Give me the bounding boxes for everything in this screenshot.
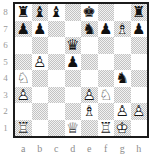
square-h6[interactable] <box>131 37 148 54</box>
square-g1[interactable]: ♚♔ <box>114 120 131 137</box>
piece-glyph: ♚ <box>83 4 96 21</box>
rank-labels: 87654321 <box>0 4 11 136</box>
square-e8[interactable]: ♚ <box>81 4 98 21</box>
square-f6[interactable] <box>98 37 115 54</box>
piece-glyph: ♛ <box>66 37 79 54</box>
white-knight: ♞♘ <box>98 87 115 104</box>
black-knight: ♞ <box>81 21 98 38</box>
piece-glyph: ♟ <box>132 21 145 38</box>
square-d1[interactable]: ♛♕ <box>65 120 82 137</box>
white-bishop: ♝♗ <box>114 21 131 38</box>
rank-label-5: 5 <box>0 54 11 71</box>
piece-glyph: ♟ <box>99 21 112 38</box>
black-rook: ♜ <box>15 4 32 21</box>
square-a1[interactable]: ♜♖ <box>15 120 32 137</box>
square-f8[interactable] <box>98 4 115 21</box>
square-b5[interactable]: ♟♙ <box>32 54 49 71</box>
black-bishop: ♝ <box>48 4 65 21</box>
square-e7[interactable]: ♞ <box>81 21 98 38</box>
square-d6[interactable]: ♛ <box>65 37 82 54</box>
square-b1[interactable] <box>32 120 49 137</box>
square-g2[interactable]: ♟♙ <box>114 103 131 120</box>
square-d5[interactable]: ♟ <box>65 54 82 71</box>
white-rook: ♜♖ <box>15 120 32 137</box>
square-e1[interactable] <box>81 120 98 137</box>
square-e4[interactable] <box>81 70 98 87</box>
white-queen: ♛♕ <box>65 120 82 137</box>
square-f1[interactable]: ♜♖ <box>98 120 115 137</box>
piece-glyph: ♙ <box>17 87 30 104</box>
square-a7[interactable]: ♟ <box>15 21 32 38</box>
piece-glyph: ♗ <box>116 21 129 38</box>
piece-glyph: ♙ <box>116 103 129 120</box>
square-d4[interactable] <box>65 70 82 87</box>
square-a2[interactable] <box>15 103 32 120</box>
square-g3[interactable] <box>114 87 131 104</box>
piece-glyph: ♝ <box>50 4 63 21</box>
square-b7[interactable]: ♟ <box>32 21 49 38</box>
black-bishop: ♝ <box>32 4 49 21</box>
square-b6[interactable] <box>32 37 49 54</box>
rank-label-7: 7 <box>0 21 11 38</box>
piece-glyph: ♖ <box>99 120 112 137</box>
square-d2[interactable] <box>65 103 82 120</box>
black-pawn: ♟ <box>32 21 49 38</box>
square-g5[interactable] <box>114 54 131 71</box>
file-label-d: d <box>65 141 82 155</box>
white-king: ♚♔ <box>114 120 131 137</box>
square-h8[interactable]: ♜ <box>131 4 148 21</box>
square-c4[interactable] <box>48 70 65 87</box>
white-pawn: ♟♙ <box>32 54 49 71</box>
black-pawn: ♟ <box>98 21 115 38</box>
file-label-h: h <box>131 141 148 155</box>
square-b4[interactable] <box>32 70 49 87</box>
square-f5[interactable] <box>98 54 115 71</box>
square-h1[interactable] <box>131 120 148 137</box>
square-c2[interactable] <box>48 103 65 120</box>
piece-glyph: ♟ <box>66 54 79 71</box>
piece-glyph: ♖ <box>17 120 30 137</box>
square-c5[interactable] <box>48 54 65 71</box>
square-f4[interactable] <box>98 70 115 87</box>
white-bishop: ♝♗ <box>81 103 98 120</box>
rank-label-3: 3 <box>0 87 11 104</box>
square-c6[interactable] <box>48 37 65 54</box>
piece-glyph: ♙ <box>83 87 96 104</box>
piece-glyph: ♙ <box>132 103 145 120</box>
rank-label-1: 1 <box>0 120 11 137</box>
square-e6[interactable] <box>81 37 98 54</box>
black-pawn: ♟ <box>131 21 148 38</box>
square-b8[interactable]: ♝ <box>32 4 49 21</box>
rank-label-8: 8 <box>0 4 11 21</box>
square-f2[interactable] <box>98 103 115 120</box>
file-label-g: g <box>114 141 131 155</box>
square-c8[interactable]: ♝ <box>48 4 65 21</box>
square-d3[interactable] <box>65 87 82 104</box>
piece-glyph: ♔ <box>116 120 129 137</box>
square-g6[interactable] <box>114 37 131 54</box>
square-b3[interactable] <box>32 87 49 104</box>
square-g8[interactable] <box>114 4 131 21</box>
black-queen: ♛ <box>65 37 82 54</box>
white-pawn: ♟♙ <box>131 103 148 120</box>
square-a6[interactable] <box>15 37 32 54</box>
piece-glyph: ♜ <box>132 4 145 21</box>
square-a5[interactable] <box>15 54 32 71</box>
piece-glyph: ♜ <box>17 4 30 21</box>
piece-glyph: ♞ <box>83 21 96 38</box>
square-g4[interactable]: ♞ <box>114 70 131 87</box>
square-d8[interactable] <box>65 4 82 21</box>
square-h5[interactable] <box>131 54 148 71</box>
piece-glyph: ♘ <box>17 70 30 87</box>
square-e3[interactable]: ♟♙ <box>81 87 98 104</box>
white-pawn: ♟♙ <box>15 87 32 104</box>
black-rook: ♜ <box>131 4 148 21</box>
square-f3[interactable]: ♞♘ <box>98 87 115 104</box>
white-pawn: ♟♙ <box>81 87 98 104</box>
piece-glyph: ♟ <box>33 21 46 38</box>
square-f7[interactable]: ♟ <box>98 21 115 38</box>
white-rook: ♜♖ <box>98 120 115 137</box>
file-label-e: e <box>81 141 98 155</box>
file-label-b: b <box>32 141 49 155</box>
black-king: ♚ <box>81 4 98 21</box>
piece-glyph: ♙ <box>33 54 46 71</box>
square-e5[interactable] <box>81 54 98 71</box>
square-a4[interactable]: ♞♘ <box>15 70 32 87</box>
chess-board: ♜♝♝♚♜♟♟♞♟♝♗♟♛♟♙♟♞♘♞♟♙♟♙♞♘♝♗♟♙♟♙♜♖♛♕♜♖♚♔ <box>13 2 149 138</box>
square-c7[interactable] <box>48 21 65 38</box>
square-h2[interactable]: ♟♙ <box>131 103 148 120</box>
chess-diagram: 87654321 ♜♝♝♚♜♟♟♞♟♝♗♟♛♟♙♟♞♘♞♟♙♟♙♞♘♝♗♟♙♟♙… <box>0 0 161 162</box>
white-knight: ♞♘ <box>15 70 32 87</box>
black-pawn: ♟ <box>15 21 32 38</box>
square-c3[interactable] <box>48 87 65 104</box>
white-pawn: ♟♙ <box>114 103 131 120</box>
square-h7[interactable]: ♟ <box>131 21 148 38</box>
file-label-f: f <box>98 141 115 155</box>
rank-label-2: 2 <box>0 103 11 120</box>
file-label-c: c <box>48 141 65 155</box>
piece-glyph: ♘ <box>99 87 112 104</box>
piece-glyph: ♕ <box>66 120 79 137</box>
black-knight: ♞ <box>114 70 131 87</box>
piece-glyph: ♞ <box>116 70 129 87</box>
square-h4[interactable] <box>131 70 148 87</box>
square-h3[interactable] <box>131 87 148 104</box>
file-labels: abcdefgh <box>15 141 147 155</box>
piece-glyph: ♝ <box>33 4 46 21</box>
file-label-a: a <box>15 141 32 155</box>
black-pawn: ♟ <box>65 54 82 71</box>
square-a3[interactable]: ♟♙ <box>15 87 32 104</box>
piece-glyph: ♗ <box>83 103 96 120</box>
square-g7[interactable]: ♝♗ <box>114 21 131 38</box>
square-e2[interactable]: ♝♗ <box>81 103 98 120</box>
square-b2[interactable] <box>32 103 49 120</box>
rank-label-4: 4 <box>0 70 11 87</box>
piece-glyph: ♟ <box>17 21 30 38</box>
square-c1[interactable] <box>48 120 65 137</box>
rank-label-6: 6 <box>0 37 11 54</box>
square-a8[interactable]: ♜ <box>15 4 32 21</box>
square-d7[interactable] <box>65 21 82 38</box>
